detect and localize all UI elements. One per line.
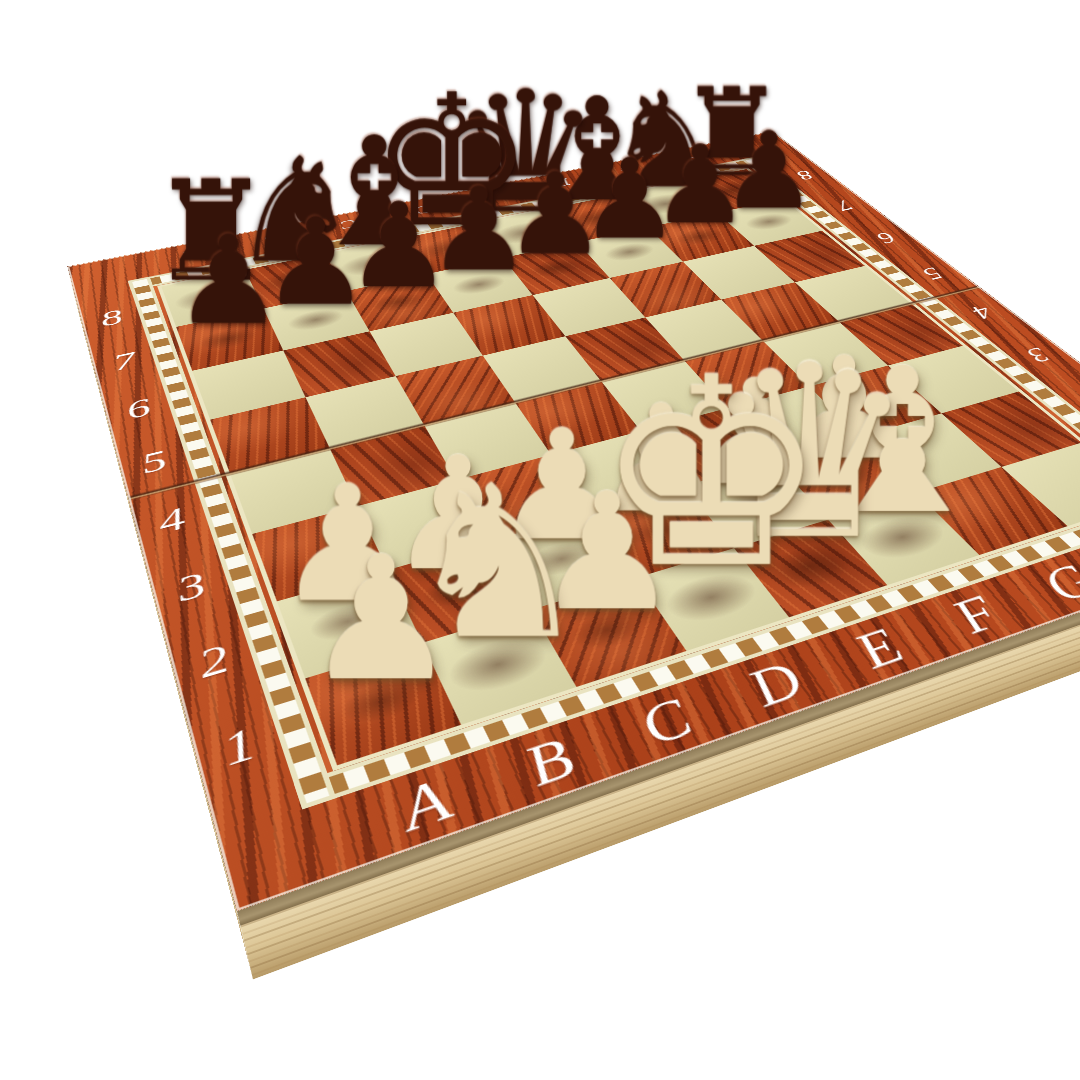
- scene: 88AA77BB66CC55DD44EE33FF22GG11HH ♜♞♝♚♛♝♞…: [0, 0, 1080, 1080]
- rank-label-left-6: 6: [123, 393, 154, 426]
- white-pawn-icon: ♟: [304, 538, 458, 701]
- file-label-bottom-f: F: [938, 586, 1015, 644]
- file-label-bottom-b: B: [513, 726, 586, 800]
- file-label-bottom-a: A: [390, 766, 461, 844]
- rank-label-right-6: 6: [870, 229, 903, 247]
- rank-label-left-3: 3: [172, 564, 211, 610]
- rank-label-left-4: 4: [154, 500, 190, 541]
- rank-label-left-7: 7: [110, 346, 140, 376]
- chess-board-box: 88AA77BB66CC55DD44EE33FF22GG11HH ♜♞♝♚♛♝♞…: [67, 131, 1080, 911]
- rank-label-right-4: 4: [964, 301, 1002, 323]
- rank-label-right-3: 3: [1018, 343, 1058, 367]
- rank-label-right-7: 7: [829, 197, 860, 214]
- rank-label-left-1: 1: [217, 717, 262, 777]
- black-pawn-icon: ♟: [174, 222, 284, 338]
- rank-label-right-5: 5: [915, 263, 950, 283]
- file-label-bottom-g: G: [1027, 555, 1080, 612]
- rank-label-left-8: 8: [98, 305, 126, 332]
- file-label-bottom-e: E: [841, 618, 918, 680]
- rank-label-left-2: 2: [193, 635, 235, 687]
- rank-label-left-5: 5: [138, 444, 172, 481]
- file-label-bottom-c: C: [627, 687, 705, 757]
- product-photo-scene: { "game": "chess", "scene_type": "foldin…: [0, 0, 1080, 1080]
- file-label-bottom-d: D: [735, 651, 817, 718]
